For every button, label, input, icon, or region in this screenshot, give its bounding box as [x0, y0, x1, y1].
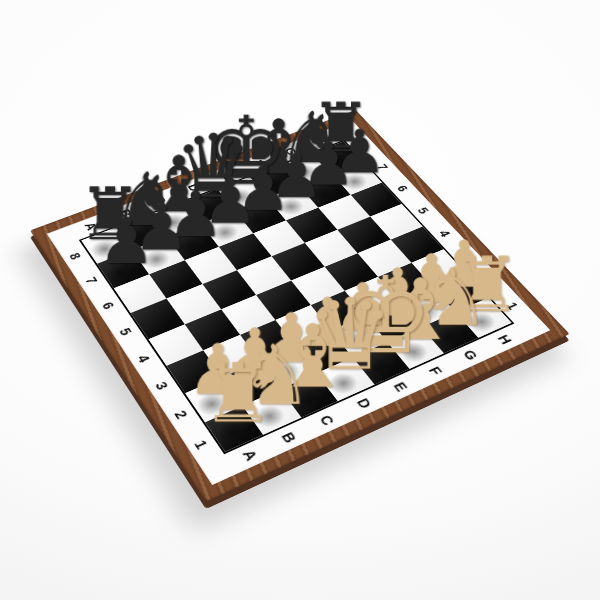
piece-white-rook-a1: ♜ [201, 352, 274, 434]
board-wood-frame: ABCDEFGH ABCDEFGH 87654321 87654321 ♜♞♝♛… [30, 110, 570, 502]
rank-label-7: 7 [68, 266, 115, 296]
scene-3d: ABCDEFGH ABCDEFGH 87654321 87654321 ♜♞♝♛… [0, 0, 600, 600]
chess-board: ABCDEFGH ABCDEFGH 87654321 87654321 ♜♞♝♛… [30, 110, 570, 502]
rank-label-8: 8 [52, 242, 98, 271]
chess-set-render: ABCDEFGH ABCDEFGH 87654321 87654321 ♜♞♝♛… [0, 0, 600, 600]
